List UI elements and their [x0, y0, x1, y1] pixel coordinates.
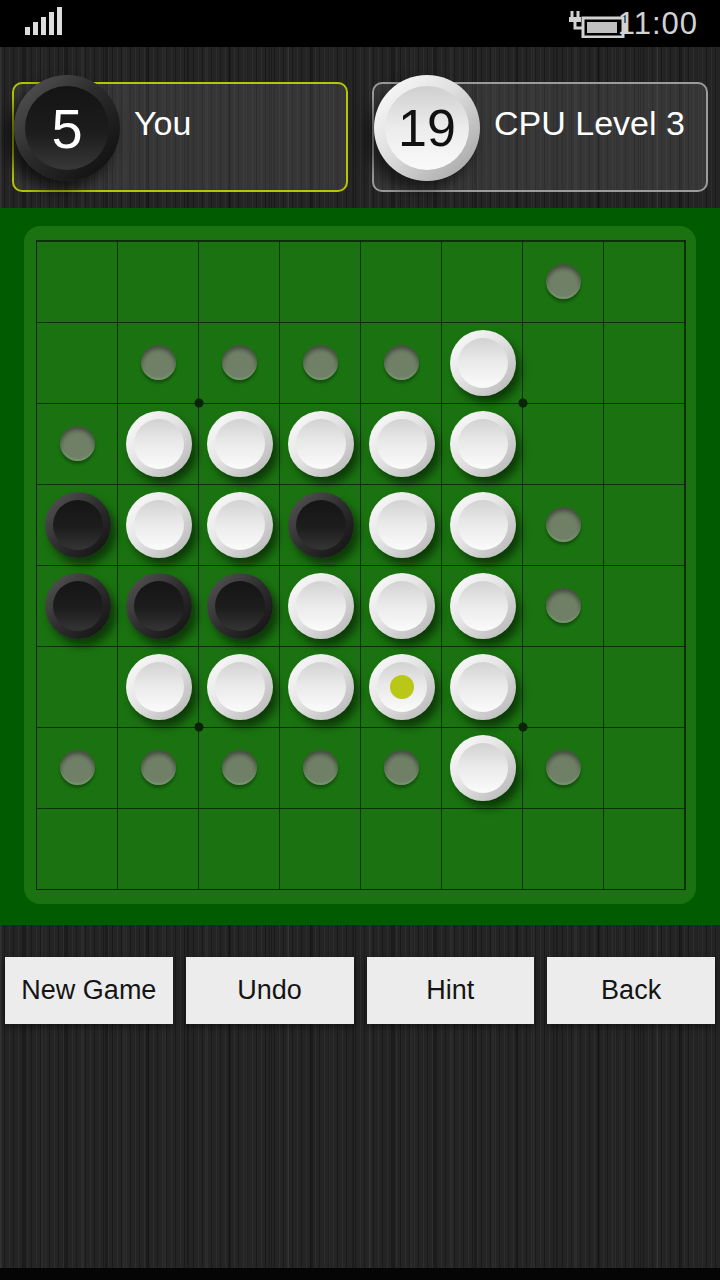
cell-f6[interactable] [442, 646, 523, 727]
legal-move-dot-a7 [60, 750, 95, 785]
legal-move-dot-g5 [546, 588, 581, 623]
cell-d3[interactable] [280, 403, 361, 484]
cell-e4[interactable] [361, 484, 442, 565]
cell-g2[interactable] [523, 322, 604, 403]
white-disc-e5 [369, 573, 435, 639]
cpu-label: CPU Level 3 [494, 104, 685, 143]
new-game-button[interactable]: New Game [5, 957, 173, 1024]
cell-c6[interactable] [199, 646, 280, 727]
cell-d1[interactable] [280, 241, 361, 322]
player-black-disc: 5 [14, 75, 120, 181]
cell-e8[interactable] [361, 808, 442, 889]
legal-move-dot-c2 [222, 345, 257, 380]
cell-f4[interactable] [442, 484, 523, 565]
white-disc-f5 [450, 573, 516, 639]
star-point [195, 399, 204, 408]
cell-d4[interactable] [280, 484, 361, 565]
cell-b1[interactable] [118, 241, 199, 322]
cell-g8[interactable] [523, 808, 604, 889]
cell-f5[interactable] [442, 565, 523, 646]
cell-b8[interactable] [118, 808, 199, 889]
legal-move-dot-b7 [141, 750, 176, 785]
cell-a5[interactable] [37, 565, 118, 646]
cell-e5[interactable] [361, 565, 442, 646]
bottom-bar [0, 1268, 720, 1280]
legal-move-dot-g4 [546, 507, 581, 542]
white-disc-c4 [207, 492, 273, 558]
white-disc-f3 [450, 411, 516, 477]
cell-d6[interactable] [280, 646, 361, 727]
cell-b4[interactable] [118, 484, 199, 565]
cell-g1[interactable] [523, 241, 604, 322]
signal-bar [41, 17, 46, 35]
cell-d2[interactable] [280, 322, 361, 403]
cell-c1[interactable] [199, 241, 280, 322]
black-disc-b5 [126, 573, 192, 639]
cell-a7[interactable] [37, 727, 118, 808]
cell-c5[interactable] [199, 565, 280, 646]
white-disc-e6 [369, 654, 435, 720]
cell-g4[interactable] [523, 484, 604, 565]
cell-c4[interactable] [199, 484, 280, 565]
reversi-app-screen: 11:00 5 You 19 CPU Level 3 New Game Undo… [0, 0, 720, 1280]
player-score-panel: 5 You [12, 82, 348, 192]
cell-d5[interactable] [280, 565, 361, 646]
legal-move-dot-d2 [303, 345, 338, 380]
legal-move-dot-b2 [141, 345, 176, 380]
cell-f3[interactable] [442, 403, 523, 484]
cell-h1[interactable] [604, 241, 685, 322]
cell-e7[interactable] [361, 727, 442, 808]
white-disc-e4 [369, 492, 435, 558]
white-disc-b3 [126, 411, 192, 477]
black-disc-d4 [288, 492, 354, 558]
cell-e2[interactable] [361, 322, 442, 403]
white-disc-b6 [126, 654, 192, 720]
cpu-white-disc: 19 [374, 75, 480, 181]
white-disc-f4 [450, 492, 516, 558]
cell-f2[interactable] [442, 322, 523, 403]
cell-e1[interactable] [361, 241, 442, 322]
white-disc-f7 [450, 735, 516, 801]
black-disc-a4 [45, 492, 111, 558]
white-disc-c6 [207, 654, 273, 720]
player-score: 5 [51, 96, 82, 161]
black-disc-a5 [45, 573, 111, 639]
star-point [519, 723, 528, 732]
player-label: You [134, 104, 191, 143]
cell-f7[interactable] [442, 727, 523, 808]
last-move-marker [390, 675, 414, 699]
cell-c7[interactable] [199, 727, 280, 808]
cell-e3[interactable] [361, 403, 442, 484]
cpu-score-panel: 19 CPU Level 3 [372, 82, 708, 192]
legal-move-dot-d7 [303, 750, 338, 785]
cell-b5[interactable] [118, 565, 199, 646]
board-panel [24, 226, 696, 904]
back-button[interactable]: Back [547, 957, 715, 1024]
black-disc-c5 [207, 573, 273, 639]
white-disc-f6 [450, 654, 516, 720]
signal-bar [49, 12, 54, 35]
signal-strength-icon [25, 7, 62, 35]
action-button-row: New Game Undo Hint Back [0, 957, 720, 1024]
white-disc-d5 [288, 573, 354, 639]
cell-c3[interactable] [199, 403, 280, 484]
legal-move-dot-e7 [384, 750, 419, 785]
board-grid [36, 240, 686, 890]
signal-bar [57, 7, 62, 35]
hint-button[interactable]: Hint [367, 957, 535, 1024]
cell-h7[interactable] [604, 727, 685, 808]
cell-g6[interactable] [523, 646, 604, 727]
legal-move-dot-e2 [384, 345, 419, 380]
cell-b3[interactable] [118, 403, 199, 484]
legal-move-dot-g7 [546, 750, 581, 785]
cpu-score: 19 [398, 98, 456, 158]
cell-a8[interactable] [37, 808, 118, 889]
white-disc-f2 [450, 330, 516, 396]
cell-h2[interactable] [604, 322, 685, 403]
clock: 11:00 [618, 6, 698, 42]
star-point [195, 723, 204, 732]
cell-g3[interactable] [523, 403, 604, 484]
white-disc-d6 [288, 654, 354, 720]
cell-a1[interactable] [37, 241, 118, 322]
signal-bar [33, 22, 38, 35]
white-disc-c3 [207, 411, 273, 477]
cell-a3[interactable] [37, 403, 118, 484]
cell-h8[interactable] [604, 808, 685, 889]
cell-h3[interactable] [604, 403, 685, 484]
cell-d8[interactable] [280, 808, 361, 889]
cell-a4[interactable] [37, 484, 118, 565]
cell-b6[interactable] [118, 646, 199, 727]
board-background [0, 208, 720, 925]
cell-b7[interactable] [118, 727, 199, 808]
cell-d7[interactable] [280, 727, 361, 808]
cell-c2[interactable] [199, 322, 280, 403]
cell-g7[interactable] [523, 727, 604, 808]
cell-f8[interactable] [442, 808, 523, 889]
signal-bar [25, 27, 30, 35]
cell-b2[interactable] [118, 322, 199, 403]
cell-e6[interactable] [361, 646, 442, 727]
cell-h4[interactable] [604, 484, 685, 565]
cell-f1[interactable] [442, 241, 523, 322]
cell-h5[interactable] [604, 565, 685, 646]
cell-g5[interactable] [523, 565, 604, 646]
status-bar: 11:00 [0, 0, 720, 47]
cell-h6[interactable] [604, 646, 685, 727]
star-point [519, 399, 528, 408]
cell-a2[interactable] [37, 322, 118, 403]
undo-button[interactable]: Undo [186, 957, 354, 1024]
legal-move-dot-c7 [222, 750, 257, 785]
white-disc-b4 [126, 492, 192, 558]
cell-a6[interactable] [37, 646, 118, 727]
white-disc-d3 [288, 411, 354, 477]
legal-move-dot-a3 [60, 426, 95, 461]
cell-c8[interactable] [199, 808, 280, 889]
white-disc-e3 [369, 411, 435, 477]
legal-move-dot-g1 [546, 264, 581, 299]
